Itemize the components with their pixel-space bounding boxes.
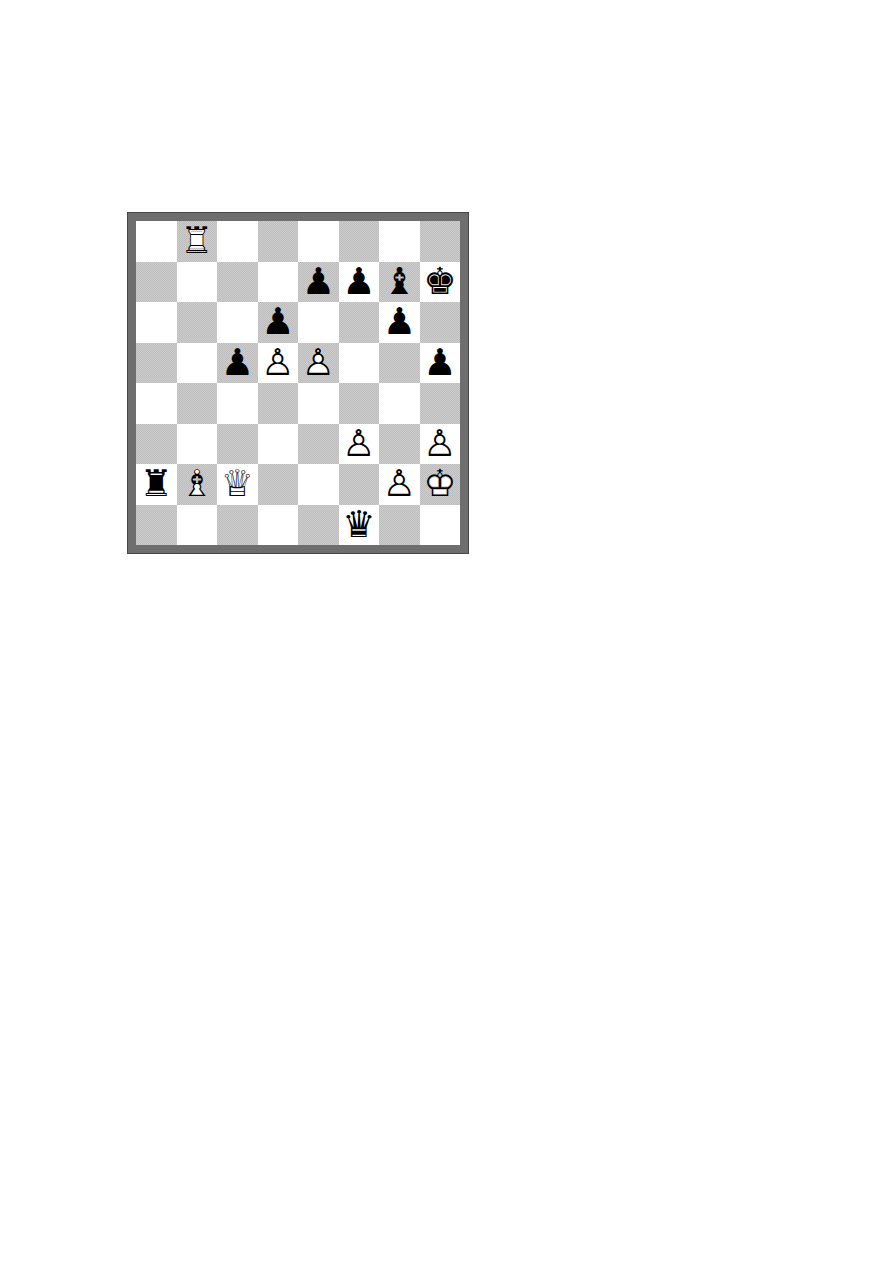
square-a8[interactable]: [136, 221, 177, 262]
white-pawn[interactable]: ♟♙: [258, 343, 298, 383]
black-pawn[interactable]: ♟: [420, 343, 460, 383]
square-h2[interactable]: ♚♔: [420, 464, 461, 505]
square-g6[interactable]: ♟: [379, 302, 420, 343]
black-pawn[interactable]: ♟: [258, 302, 298, 342]
square-f3[interactable]: ♟♙: [339, 424, 380, 465]
square-g1[interactable]: [379, 505, 420, 546]
square-e6[interactable]: [298, 302, 339, 343]
square-a2[interactable]: ♜: [136, 464, 177, 505]
square-f4[interactable]: [339, 383, 380, 424]
black-queen-glyph: ♛: [339, 505, 379, 545]
black-pawn-glyph: ♟: [298, 262, 338, 302]
square-a3[interactable]: [136, 424, 177, 465]
square-e2[interactable]: [298, 464, 339, 505]
black-king-glyph: ♚: [420, 262, 460, 302]
square-c4[interactable]: [217, 383, 258, 424]
square-f2[interactable]: [339, 464, 380, 505]
square-d2[interactable]: [258, 464, 299, 505]
square-f6[interactable]: [339, 302, 380, 343]
black-pawn-glyph: ♟: [339, 262, 379, 302]
square-e7[interactable]: ♟: [298, 262, 339, 303]
square-b2[interactable]: ♝♗: [177, 464, 218, 505]
black-pawn-glyph: ♟: [217, 343, 257, 383]
square-a7[interactable]: [136, 262, 177, 303]
white-rook-glyph: ♖: [177, 221, 217, 261]
square-a6[interactable]: [136, 302, 177, 343]
white-king[interactable]: ♚♔: [420, 464, 460, 504]
square-h5[interactable]: ♟: [420, 343, 461, 384]
square-b4[interactable]: [177, 383, 218, 424]
white-queen[interactable]: ♛♕: [217, 464, 257, 504]
square-g3[interactable]: [379, 424, 420, 465]
black-pawn-glyph: ♟: [420, 343, 460, 383]
black-pawn[interactable]: ♟: [379, 302, 419, 342]
square-d8[interactable]: [258, 221, 299, 262]
white-king-glyph: ♔: [420, 464, 460, 504]
black-pawn[interactable]: ♟: [339, 262, 379, 302]
square-d4[interactable]: [258, 383, 299, 424]
square-d7[interactable]: [258, 262, 299, 303]
square-a1[interactable]: [136, 505, 177, 546]
square-g4[interactable]: [379, 383, 420, 424]
square-g8[interactable]: [379, 221, 420, 262]
white-pawn-glyph: ♙: [298, 343, 338, 383]
square-f8[interactable]: [339, 221, 380, 262]
page-background: { "game": "chess", "view": "static-diagr…: [0, 0, 893, 1263]
square-h8[interactable]: [420, 221, 461, 262]
square-c6[interactable]: [217, 302, 258, 343]
white-bishop[interactable]: ♝♗: [177, 464, 217, 504]
square-b5[interactable]: [177, 343, 218, 384]
white-pawn[interactable]: ♟♙: [298, 343, 338, 383]
white-rook[interactable]: ♜♖: [177, 221, 217, 261]
square-a4[interactable]: [136, 383, 177, 424]
square-b3[interactable]: [177, 424, 218, 465]
white-pawn-glyph: ♙: [339, 424, 379, 464]
black-rook[interactable]: ♜: [136, 464, 176, 504]
square-h6[interactable]: [420, 302, 461, 343]
square-c3[interactable]: [217, 424, 258, 465]
square-c1[interactable]: [217, 505, 258, 546]
square-f1[interactable]: ♛: [339, 505, 380, 546]
square-b1[interactable]: [177, 505, 218, 546]
square-e5[interactable]: ♟♙: [298, 343, 339, 384]
square-e1[interactable]: [298, 505, 339, 546]
black-king[interactable]: ♚: [420, 262, 460, 302]
square-f7[interactable]: ♟: [339, 262, 380, 303]
black-pawn-glyph: ♟: [379, 302, 419, 342]
square-h3[interactable]: ♟♙: [420, 424, 461, 465]
square-b7[interactable]: [177, 262, 218, 303]
square-g5[interactable]: [379, 343, 420, 384]
white-pawn-glyph: ♙: [258, 343, 298, 383]
chess-board: ♜♖♟♟♝♚♟♟♟♟♙♟♙♟♟♙♟♙♜♝♗♛♕♟♙♚♔♛: [128, 213, 468, 553]
square-f5[interactable]: [339, 343, 380, 384]
black-pawn[interactable]: ♟: [298, 262, 338, 302]
square-b8[interactable]: ♜♖: [177, 221, 218, 262]
black-pawn[interactable]: ♟: [217, 343, 257, 383]
square-c5[interactable]: ♟: [217, 343, 258, 384]
chess-board-grid: ♜♖♟♟♝♚♟♟♟♟♙♟♙♟♟♙♟♙♜♝♗♛♕♟♙♚♔♛: [136, 221, 460, 545]
square-a5[interactable]: [136, 343, 177, 384]
square-h1[interactable]: [420, 505, 461, 546]
square-c7[interactable]: [217, 262, 258, 303]
white-pawn[interactable]: ♟♙: [339, 424, 379, 464]
square-e3[interactable]: [298, 424, 339, 465]
square-e4[interactable]: [298, 383, 339, 424]
square-g2[interactable]: ♟♙: [379, 464, 420, 505]
square-d1[interactable]: [258, 505, 299, 546]
square-b6[interactable]: [177, 302, 218, 343]
white-pawn-glyph: ♙: [379, 464, 419, 504]
black-bishop[interactable]: ♝: [379, 262, 419, 302]
square-d3[interactable]: [258, 424, 299, 465]
square-g7[interactable]: ♝: [379, 262, 420, 303]
square-e8[interactable]: [298, 221, 339, 262]
black-queen[interactable]: ♛: [339, 505, 379, 545]
black-bishop-glyph: ♝: [379, 262, 419, 302]
white-pawn[interactable]: ♟♙: [379, 464, 419, 504]
black-rook-glyph: ♜: [136, 464, 176, 504]
white-bishop-glyph: ♗: [177, 464, 217, 504]
black-pawn-glyph: ♟: [258, 302, 298, 342]
square-h4[interactable]: [420, 383, 461, 424]
white-queen-glyph: ♕: [217, 464, 257, 504]
square-c8[interactable]: [217, 221, 258, 262]
white-pawn[interactable]: ♟♙: [420, 424, 460, 464]
white-pawn-glyph: ♙: [420, 424, 460, 464]
square-h7[interactable]: ♚: [420, 262, 461, 303]
square-c2[interactable]: ♛♕: [217, 464, 258, 505]
square-d5[interactable]: ♟♙: [258, 343, 299, 384]
square-d6[interactable]: ♟: [258, 302, 299, 343]
